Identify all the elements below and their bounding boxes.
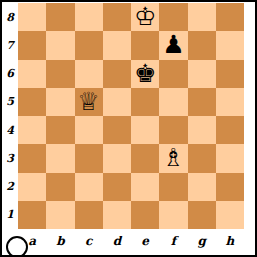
square-c1[interactable]	[75, 201, 103, 229]
square-c5[interactable]: ♕	[75, 88, 103, 116]
white-to-move-indicator	[6, 236, 28, 257]
square-e1[interactable]	[131, 201, 159, 229]
rank-label-3: 3	[2, 144, 18, 172]
square-h5[interactable]	[216, 88, 244, 116]
square-f3[interactable]: ♗	[159, 144, 187, 172]
rank-label-4: 4	[2, 116, 18, 144]
square-d6[interactable]	[103, 60, 131, 88]
square-a1[interactable]	[18, 201, 46, 229]
file-label-d: d	[103, 229, 131, 253]
file-label-h: h	[216, 229, 244, 253]
square-b1[interactable]	[46, 201, 74, 229]
square-g8[interactable]	[188, 3, 216, 31]
square-f4[interactable]	[159, 116, 187, 144]
square-f1[interactable]	[159, 201, 187, 229]
square-d2[interactable]	[103, 173, 131, 201]
square-h2[interactable]	[216, 173, 244, 201]
rank-label-6: 6	[2, 60, 18, 88]
square-g7[interactable]	[188, 31, 216, 59]
rank-label-8: 8	[2, 3, 18, 31]
square-f7[interactable]: ♟	[159, 31, 187, 59]
rank-label-2: 2	[2, 173, 18, 201]
rank-label-7: 7	[2, 31, 18, 59]
square-b5[interactable]	[46, 88, 74, 116]
square-a5[interactable]	[18, 88, 46, 116]
square-e5[interactable]	[131, 88, 159, 116]
piece-black-pawn-f7[interactable]: ♟	[162, 31, 184, 59]
square-a7[interactable]	[18, 31, 46, 59]
square-b8[interactable]	[46, 3, 74, 31]
square-g5[interactable]	[188, 88, 216, 116]
square-d8[interactable]	[103, 3, 131, 31]
chess-board: ♔♟♚♕♗	[18, 3, 244, 229]
square-e3[interactable]	[131, 144, 159, 172]
file-label-c: c	[75, 229, 103, 253]
square-c7[interactable]	[75, 31, 103, 59]
square-f2[interactable]	[159, 173, 187, 201]
square-e2[interactable]	[131, 173, 159, 201]
chess-diagram: 87654321 ♔♟♚♕♗ abcdefgh	[0, 0, 257, 257]
file-labels: abcdefgh	[18, 229, 244, 253]
file-label-b: b	[46, 229, 74, 253]
square-f8[interactable]	[159, 3, 187, 31]
square-e8[interactable]: ♔	[131, 3, 159, 31]
square-c4[interactable]	[75, 116, 103, 144]
piece-black-king-e6[interactable]: ♚	[134, 60, 156, 88]
square-b7[interactable]	[46, 31, 74, 59]
square-f5[interactable]	[159, 88, 187, 116]
square-h7[interactable]	[216, 31, 244, 59]
square-d7[interactable]	[103, 31, 131, 59]
square-g6[interactable]	[188, 60, 216, 88]
square-e6[interactable]: ♚	[131, 60, 159, 88]
square-g2[interactable]	[188, 173, 216, 201]
square-h1[interactable]	[216, 201, 244, 229]
square-g1[interactable]	[188, 201, 216, 229]
file-label-f: f	[159, 229, 187, 253]
square-h8[interactable]	[216, 3, 244, 31]
square-d5[interactable]	[103, 88, 131, 116]
square-a6[interactable]	[18, 60, 46, 88]
square-a3[interactable]	[18, 144, 46, 172]
square-a2[interactable]	[18, 173, 46, 201]
piece-white-king-e8[interactable]: ♔	[134, 3, 156, 31]
square-b6[interactable]	[46, 60, 74, 88]
square-c3[interactable]	[75, 144, 103, 172]
square-b3[interactable]	[46, 144, 74, 172]
square-f6[interactable]	[159, 60, 187, 88]
piece-white-bishop-f3[interactable]: ♗	[162, 144, 184, 172]
square-c6[interactable]	[75, 60, 103, 88]
square-e7[interactable]	[131, 31, 159, 59]
square-d3[interactable]	[103, 144, 131, 172]
square-h4[interactable]	[216, 116, 244, 144]
square-g3[interactable]	[188, 144, 216, 172]
square-h3[interactable]	[216, 144, 244, 172]
square-d4[interactable]	[103, 116, 131, 144]
square-b4[interactable]	[46, 116, 74, 144]
rank-label-5: 5	[2, 88, 18, 116]
square-c2[interactable]	[75, 173, 103, 201]
file-label-e: e	[131, 229, 159, 253]
square-a8[interactable]	[18, 3, 46, 31]
file-label-g: g	[188, 229, 216, 253]
square-b2[interactable]	[46, 173, 74, 201]
rank-labels: 87654321	[2, 3, 18, 229]
square-g4[interactable]	[188, 116, 216, 144]
square-a4[interactable]	[18, 116, 46, 144]
square-c8[interactable]	[75, 3, 103, 31]
piece-white-queen-c5[interactable]: ♕	[77, 88, 99, 116]
square-h6[interactable]	[216, 60, 244, 88]
square-e4[interactable]	[131, 116, 159, 144]
rank-label-1: 1	[2, 201, 18, 229]
square-d1[interactable]	[103, 201, 131, 229]
